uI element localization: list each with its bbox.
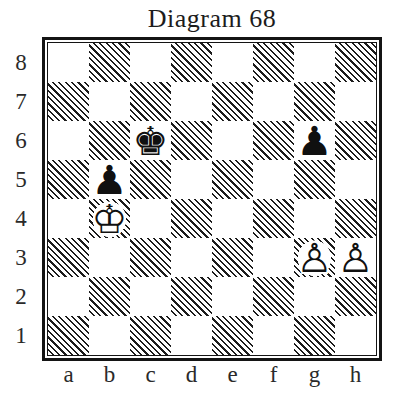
square-f8[interactable] <box>253 43 294 82</box>
white-pawn-g3[interactable]: ♙ <box>294 238 335 277</box>
file-label-e: e <box>212 362 253 388</box>
square-a8[interactable] <box>48 43 89 82</box>
rank-label-3: 3 <box>8 238 34 277</box>
square-a2[interactable] <box>48 277 89 316</box>
square-g7[interactable] <box>294 82 335 121</box>
rank-label-7: 7 <box>8 82 34 121</box>
square-d5[interactable] <box>171 160 212 199</box>
file-label-g: g <box>294 362 335 388</box>
square-c4[interactable] <box>130 199 171 238</box>
square-h8[interactable] <box>335 43 376 82</box>
square-h6[interactable] <box>335 121 376 160</box>
black-king-c6[interactable]: ♚ <box>130 121 171 160</box>
square-c8[interactable] <box>130 43 171 82</box>
file-label-d: d <box>171 362 212 388</box>
square-d2[interactable] <box>171 277 212 316</box>
square-g3[interactable]: ♙ <box>294 238 335 277</box>
square-e1[interactable] <box>212 316 253 355</box>
square-d6[interactable] <box>171 121 212 160</box>
square-b3[interactable] <box>89 238 130 277</box>
square-d4[interactable] <box>171 199 212 238</box>
square-b1[interactable] <box>89 316 130 355</box>
square-a6[interactable] <box>48 121 89 160</box>
square-e3[interactable] <box>212 238 253 277</box>
square-g4[interactable] <box>294 199 335 238</box>
rank-label-1: 1 <box>8 316 34 355</box>
square-h2[interactable] <box>335 277 376 316</box>
square-a3[interactable] <box>48 238 89 277</box>
file-label-h: h <box>335 362 376 388</box>
file-label-b: b <box>89 362 130 388</box>
file-label-f: f <box>253 362 294 388</box>
square-b6[interactable] <box>89 121 130 160</box>
square-d8[interactable] <box>171 43 212 82</box>
square-h4[interactable] <box>335 199 376 238</box>
black-pawn-g6[interactable]: ♟ <box>294 121 335 160</box>
square-g1[interactable] <box>294 316 335 355</box>
diagram-title: Diagram 68 <box>42 4 382 34</box>
square-e8[interactable] <box>212 43 253 82</box>
square-d7[interactable] <box>171 82 212 121</box>
square-f6[interactable] <box>253 121 294 160</box>
square-e5[interactable] <box>212 160 253 199</box>
rank-labels: 87654321 <box>8 43 34 355</box>
rank-label-6: 6 <box>8 121 34 160</box>
rank-label-4: 4 <box>8 199 34 238</box>
square-c3[interactable] <box>130 238 171 277</box>
square-g5[interactable] <box>294 160 335 199</box>
square-f7[interactable] <box>253 82 294 121</box>
square-c7[interactable] <box>130 82 171 121</box>
square-b4[interactable]: ♔ <box>89 199 130 238</box>
rank-label-5: 5 <box>8 160 34 199</box>
square-b7[interactable] <box>89 82 130 121</box>
square-g2[interactable] <box>294 277 335 316</box>
square-a5[interactable] <box>48 160 89 199</box>
file-labels: abcdefgh <box>48 362 376 388</box>
square-f2[interactable] <box>253 277 294 316</box>
file-label-c: c <box>130 362 171 388</box>
square-a1[interactable] <box>48 316 89 355</box>
square-h3[interactable]: ♙ <box>335 238 376 277</box>
square-f1[interactable] <box>253 316 294 355</box>
diagram-page: Diagram 68 87654321 ♚♟♟♔♙♙ abcdefgh <box>0 0 400 400</box>
file-label-a: a <box>48 362 89 388</box>
square-h7[interactable] <box>335 82 376 121</box>
square-e6[interactable] <box>212 121 253 160</box>
square-f4[interactable] <box>253 199 294 238</box>
square-c5[interactable] <box>130 160 171 199</box>
board: ♚♟♟♔♙♙ <box>48 43 376 355</box>
board-inner-border: ♚♟♟♔♙♙ <box>47 42 377 356</box>
square-d1[interactable] <box>171 316 212 355</box>
square-f3[interactable] <box>253 238 294 277</box>
square-g6[interactable]: ♟ <box>294 121 335 160</box>
square-c2[interactable] <box>130 277 171 316</box>
square-d3[interactable] <box>171 238 212 277</box>
white-pawn-h3[interactable]: ♙ <box>335 238 376 277</box>
square-a4[interactable] <box>48 199 89 238</box>
board-frame: ♚♟♟♔♙♙ <box>42 37 382 361</box>
square-a7[interactable] <box>48 82 89 121</box>
square-e4[interactable] <box>212 199 253 238</box>
rank-label-2: 2 <box>8 277 34 316</box>
square-c1[interactable] <box>130 316 171 355</box>
square-b8[interactable] <box>89 43 130 82</box>
square-c6[interactable]: ♚ <box>130 121 171 160</box>
square-e2[interactable] <box>212 277 253 316</box>
square-e7[interactable] <box>212 82 253 121</box>
square-f5[interactable] <box>253 160 294 199</box>
square-b2[interactable] <box>89 277 130 316</box>
square-h5[interactable] <box>335 160 376 199</box>
rank-label-8: 8 <box>8 43 34 82</box>
square-g8[interactable] <box>294 43 335 82</box>
black-pawn-b5[interactable]: ♟ <box>89 160 130 199</box>
square-h1[interactable] <box>335 316 376 355</box>
square-b5[interactable]: ♟ <box>89 160 130 199</box>
white-king-b4[interactable]: ♔ <box>89 199 130 238</box>
